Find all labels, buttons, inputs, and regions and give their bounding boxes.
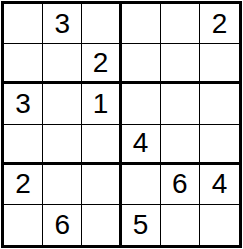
cell-r2c6[interactable] — [200, 44, 239, 84]
cell-r4c1[interactable] — [4, 125, 43, 165]
cell-r3c2[interactable] — [43, 84, 82, 124]
cell-r6c6[interactable] — [200, 205, 239, 245]
cell-r5c2[interactable] — [43, 165, 82, 205]
cell-r3c1[interactable]: 3 — [4, 84, 43, 124]
cell-r4c2[interactable] — [43, 125, 82, 165]
page-background: 3 2 2 3 1 4 2 6 4 6 5 — [0, 0, 243, 249]
cell-r3c4[interactable] — [122, 84, 161, 124]
cell-r1c3[interactable] — [82, 4, 121, 44]
cell-r2c4[interactable] — [122, 44, 161, 84]
cell-r6c4[interactable]: 5 — [122, 205, 161, 245]
cell-r4c5[interactable] — [161, 125, 200, 165]
cell-r5c1[interactable]: 2 — [4, 165, 43, 205]
cell-r1c2[interactable]: 3 — [43, 4, 82, 44]
cell-r2c1[interactable] — [4, 44, 43, 84]
cell-r5c6[interactable]: 4 — [200, 165, 239, 205]
cell-r3c5[interactable] — [161, 84, 200, 124]
cell-r6c2[interactable]: 6 — [43, 205, 82, 245]
cell-r1c5[interactable] — [161, 4, 200, 44]
sudoku-board: 3 2 2 3 1 4 2 6 4 6 5 — [1, 1, 242, 248]
cell-r3c3[interactable]: 1 — [82, 84, 121, 124]
cell-r4c3[interactable] — [82, 125, 121, 165]
cell-r4c4[interactable]: 4 — [122, 125, 161, 165]
cell-r5c3[interactable] — [82, 165, 121, 205]
cell-r1c1[interactable] — [4, 4, 43, 44]
cell-r6c5[interactable] — [161, 205, 200, 245]
cell-r1c6[interactable]: 2 — [200, 4, 239, 44]
cell-r2c3[interactable]: 2 — [82, 44, 121, 84]
cell-r1c4[interactable] — [122, 4, 161, 44]
cell-r6c1[interactable] — [4, 205, 43, 245]
cell-r2c5[interactable] — [161, 44, 200, 84]
cell-r4c6[interactable] — [200, 125, 239, 165]
cell-r3c6[interactable] — [200, 84, 239, 124]
cell-r2c2[interactable] — [43, 44, 82, 84]
cell-r5c5[interactable]: 6 — [161, 165, 200, 205]
cell-r6c3[interactable] — [82, 205, 121, 245]
cell-r5c4[interactable] — [122, 165, 161, 205]
